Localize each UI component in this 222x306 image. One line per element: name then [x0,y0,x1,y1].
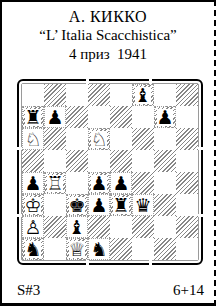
square-c7 [66,106,88,128]
square-g4 [154,172,176,194]
square-b4: ♖ [44,172,66,194]
square-h1 [176,238,198,260]
square-h7 [176,106,198,128]
frame-tick [17,147,22,150]
white-king-a3: ♔ [25,197,41,214]
white-queen-c1: ♕ [69,241,85,258]
square-e5 [110,150,132,172]
square-h2 [176,216,198,238]
square-a8 [22,84,44,106]
frame-tick [17,214,22,217]
square-g2 [154,216,176,238]
square-e6 [110,128,132,150]
square-a2: ♙ [22,216,44,238]
square-c4 [66,172,88,194]
square-b2 [44,216,66,238]
square-f4 [132,172,154,194]
square-g1 [154,238,176,260]
square-f7 [132,106,154,128]
square-b5 [44,150,66,172]
black-pawn-a4: ♟ [25,175,41,192]
award-line: 4 приз 1941 [2,45,214,64]
square-d5 [88,150,110,172]
black-pawn-b7: ♟ [47,109,63,126]
square-h4 [176,172,198,194]
board-frame: ♝♜♟♟♘♘♟♖♟♟♔♚♟♜♛♙♝♞♕♞ [17,79,203,265]
square-e8 [110,84,132,106]
square-d8 [88,84,110,106]
frame-tick [86,79,89,84]
square-f2 [132,216,154,238]
scanned-page: А. КИККО “L’ Italia Scacchistica” 4 приз… [0,0,216,306]
chess-board: ♝♜♟♟♘♘♟♖♟♟♔♚♟♜♛♙♝♞♕♞ [22,84,198,260]
material-count: 6+14 [173,282,204,299]
black-queen-f3: ♛ [135,197,151,214]
square-g8 [154,84,176,106]
black-pawn-d4: ♟ [91,175,107,192]
square-c6 [66,128,88,150]
square-e2 [110,216,132,238]
square-g5 [154,150,176,172]
square-b3 [44,194,66,216]
white-knight-a6: ♘ [25,131,41,148]
white-rook-b4: ♖ [47,175,63,192]
stipulation-label: S#3 [17,282,40,299]
caption-row: S#3 6+14 [17,282,204,299]
square-a6: ♘ [22,128,44,150]
square-b6 [44,128,66,150]
black-pawn-e4: ♟ [113,175,129,192]
square-d4: ♟ [88,172,110,194]
composer-name: А. КИККО [2,7,214,26]
white-pawn-a2: ♙ [25,219,41,236]
square-f6 [132,128,154,150]
square-g3 [154,194,176,216]
square-b1 [44,238,66,260]
square-d2 [88,216,110,238]
square-f1 [132,238,154,260]
chess-board-wrap: ♝♜♟♟♘♘♟♖♟♟♔♚♟♜♛♙♝♞♕♞ [17,79,203,265]
black-knight-d1: ♞ [91,241,107,258]
square-a5 [22,150,44,172]
problem-header: А. КИККО “L’ Italia Scacchistica” 4 приз… [2,7,214,64]
square-c5 [66,150,88,172]
frame-tick [149,79,152,84]
square-h8 [176,84,198,106]
square-h3 [176,194,198,216]
square-b7: ♟ [44,106,66,128]
square-e1 [110,238,132,260]
black-bishop-c2: ♝ [69,219,85,236]
square-h5 [176,150,198,172]
black-pawn-g7: ♟ [157,109,173,126]
square-c1: ♕ [66,238,88,260]
square-c2: ♝ [66,216,88,238]
square-d1: ♞ [88,238,110,260]
square-g6 [154,128,176,150]
square-f5 [132,150,154,172]
frame-tick [198,214,203,217]
frame-tick [198,147,203,150]
square-e3: ♜ [110,194,132,216]
frame-tick [86,260,89,265]
square-h6 [176,128,198,150]
square-g7: ♟ [154,106,176,128]
square-f3: ♛ [132,194,154,216]
square-f8: ♝ [132,84,154,106]
square-a1: ♞ [22,238,44,260]
square-a7: ♜ [22,106,44,128]
square-c8 [66,84,88,106]
board-inner-frame: ♝♜♟♟♘♘♟♖♟♟♔♚♟♜♛♙♝♞♕♞ [21,83,199,261]
square-a4: ♟ [22,172,44,194]
frame-tick [149,260,152,265]
black-bishop-f8: ♝ [135,87,151,104]
black-knight-a1: ♞ [25,241,41,258]
square-b8 [44,84,66,106]
source-title: “L’ Italia Scacchistica” [2,26,214,45]
black-king-c3: ♚ [69,197,85,214]
black-rook-e3: ♜ [113,197,129,214]
square-d7 [88,106,110,128]
square-a3: ♔ [22,194,44,216]
square-e4: ♟ [110,172,132,194]
square-e7 [110,106,132,128]
square-d6: ♘ [88,128,110,150]
black-rook-a7: ♜ [25,109,41,126]
square-d3: ♟ [88,194,110,216]
square-c3: ♚ [66,194,88,216]
white-knight-d6: ♘ [91,131,107,148]
black-pawn-d3: ♟ [91,197,107,214]
